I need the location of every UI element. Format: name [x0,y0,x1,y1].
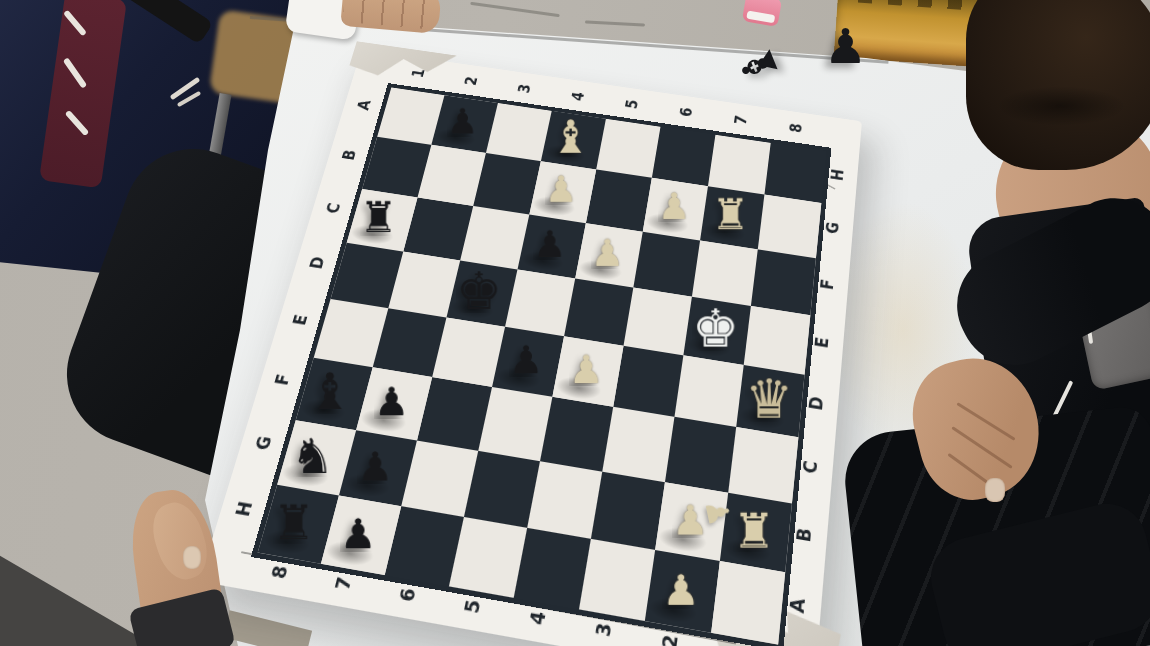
black-rook-H1[interactable]: ♜ [273,499,316,547]
square-B6[interactable]: ♟ [643,178,708,240]
square-G5[interactable] [527,461,602,539]
square-C7[interactable] [692,240,758,306]
square-D7[interactable]: ♚ [683,296,751,365]
white-pawn-C5[interactable]: ♟ [591,234,624,271]
square-G2[interactable]: ♟ [339,430,417,506]
captured-black-pawn[interactable]: ♟ [824,22,867,70]
square-E7[interactable] [674,355,743,427]
square-D8[interactable] [744,306,811,375]
black-king-D3[interactable]: ♚ [456,265,502,317]
square-H5[interactable] [514,528,591,610]
square-F4[interactable] [478,387,552,461]
square-C3[interactable] [460,206,529,270]
finger-lines [343,0,440,30]
square-C4[interactable]: ♟ [518,214,586,278]
black-knight-G1[interactable]: ♞ [291,432,335,481]
square-H6[interactable] [579,539,655,621]
square-E8[interactable]: ♛ [736,365,804,437]
square-E5[interactable]: ♟ [552,336,623,407]
square-C5[interactable]: ♟ [575,223,643,288]
square-B5[interactable] [586,170,652,232]
square-A7[interactable] [708,135,771,195]
white-pawn-H7[interactable]: ♟ [662,569,700,611]
square-F8[interactable] [728,427,798,503]
square-H8[interactable] [711,561,785,645]
black-bishop-F1[interactable]: ♝ [308,367,353,417]
square-A5[interactable] [596,119,660,178]
right-player-thumbnail [985,478,1005,502]
square-H7[interactable]: ♟ [645,550,720,633]
square-F7[interactable] [665,417,736,492]
white-rook-G8[interactable]: ♜ [733,507,776,555]
square-B7[interactable]: ♜ [700,186,764,249]
black-pawn-C4[interactable]: ♟ [533,226,566,263]
black-pawn-G2[interactable]: ♟ [357,446,393,486]
square-C6[interactable] [633,231,700,296]
square-F5[interactable] [540,397,613,471]
square-F6[interactable] [602,407,674,482]
square-D6[interactable] [624,287,692,355]
white-king-D7[interactable]: ♚ [692,302,739,354]
hair-strand [996,86,1126,126]
square-G6[interactable] [591,471,665,549]
square-B2[interactable] [418,145,486,206]
thumbnail [183,546,201,569]
white-bishop-A4[interactable]: ♝ [551,114,592,160]
square-B4[interactable]: ♟ [529,161,596,222]
square-E6[interactable] [613,346,683,417]
eraser-band [746,11,775,24]
black-pawn-H2[interactable]: ♟ [340,513,377,554]
square-A4[interactable]: ♝ [541,111,606,170]
coord-label-top-7: 7 [724,96,758,145]
square-D4[interactable] [505,269,575,336]
right-player-hair [966,0,1150,170]
coord-label-top-8: 8 [779,103,812,152]
square-D5[interactable] [564,278,633,346]
square-A6[interactable] [652,127,716,187]
